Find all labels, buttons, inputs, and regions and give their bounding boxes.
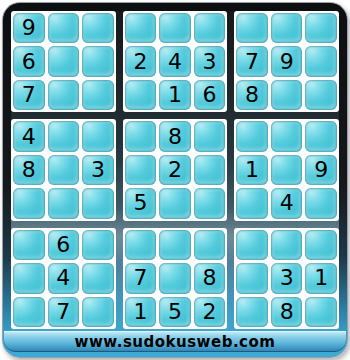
cell-r9c4[interactable]: 1 xyxy=(125,297,157,327)
board-grid: 967 24316 798 483 825 194 647 78152 318 xyxy=(11,11,339,329)
cell-r9c5[interactable]: 5 xyxy=(159,297,191,327)
cell-r9c1[interactable] xyxy=(13,297,45,327)
cell-r7c9[interactable] xyxy=(305,230,337,260)
cell-r1c4[interactable] xyxy=(125,13,157,43)
cell-r5c2[interactable] xyxy=(48,155,80,185)
box-r1c3: 798 xyxy=(234,11,339,112)
cell-r2c9[interactable] xyxy=(305,46,337,76)
cell-r6c1[interactable] xyxy=(13,188,45,218)
cell-r7c2[interactable]: 6 xyxy=(48,230,80,260)
cell-r3c2[interactable] xyxy=(48,80,80,110)
cell-r7c8[interactable] xyxy=(271,230,303,260)
cell-r6c8[interactable]: 4 xyxy=(271,188,303,218)
cell-r7c5[interactable] xyxy=(159,230,191,260)
cell-r3c4[interactable] xyxy=(125,80,157,110)
sudoku-page: 967 24316 798 483 825 194 647 78152 318 … xyxy=(0,0,350,360)
cell-r3c9[interactable] xyxy=(305,80,337,110)
cell-r5c7[interactable]: 1 xyxy=(236,155,268,185)
cell-r1c2[interactable] xyxy=(48,13,80,43)
cell-r9c7[interactable] xyxy=(236,297,268,327)
cell-r7c4[interactable] xyxy=(125,230,157,260)
cell-r8c1[interactable] xyxy=(13,263,45,293)
cell-r3c8[interactable] xyxy=(271,80,303,110)
box-r1c2: 24316 xyxy=(123,11,228,112)
cell-r6c4[interactable]: 5 xyxy=(125,188,157,218)
cell-r4c4[interactable] xyxy=(125,121,157,151)
box-r2c3: 194 xyxy=(234,119,339,220)
cell-r7c3[interactable] xyxy=(82,230,114,260)
sudoku-board: 967 24316 798 483 825 194 647 78152 318 … xyxy=(11,11,339,352)
cell-r5c5[interactable]: 2 xyxy=(159,155,191,185)
cell-r2c1[interactable]: 6 xyxy=(13,46,45,76)
cell-r3c1[interactable]: 7 xyxy=(13,80,45,110)
cell-r6c2[interactable] xyxy=(48,188,80,218)
cell-r4c8[interactable] xyxy=(271,121,303,151)
cell-r9c8[interactable]: 8 xyxy=(271,297,303,327)
cell-r5c3[interactable]: 3 xyxy=(82,155,114,185)
cell-r9c3[interactable] xyxy=(82,297,114,327)
cell-r3c7[interactable]: 8 xyxy=(236,80,268,110)
site-label: www.sudokusweb.com xyxy=(75,333,276,351)
cell-r5c4[interactable] xyxy=(125,155,157,185)
cell-r7c1[interactable] xyxy=(13,230,45,260)
cell-r4c1[interactable]: 4 xyxy=(13,121,45,151)
cell-r5c6[interactable] xyxy=(194,155,226,185)
cell-r8c9[interactable]: 1 xyxy=(305,263,337,293)
cell-r2c7[interactable]: 7 xyxy=(236,46,268,76)
cell-r6c9[interactable] xyxy=(305,188,337,218)
cell-r7c6[interactable] xyxy=(194,230,226,260)
box-r3c1: 647 xyxy=(11,228,116,329)
cell-r9c9[interactable] xyxy=(305,297,337,327)
cell-r6c3[interactable] xyxy=(82,188,114,218)
cell-r6c7[interactable] xyxy=(236,188,268,218)
cell-r8c5[interactable] xyxy=(159,263,191,293)
box-r1c1: 967 xyxy=(11,11,116,112)
cell-r4c5[interactable]: 8 xyxy=(159,121,191,151)
cell-r2c8[interactable]: 9 xyxy=(271,46,303,76)
cell-r4c3[interactable] xyxy=(82,121,114,151)
cell-r9c2[interactable]: 7 xyxy=(48,297,80,327)
cell-r5c9[interactable]: 9 xyxy=(305,155,337,185)
cell-r2c3[interactable] xyxy=(82,46,114,76)
cell-r2c6[interactable]: 3 xyxy=(194,46,226,76)
cell-r6c5[interactable] xyxy=(159,188,191,218)
cell-r8c6[interactable]: 8 xyxy=(194,263,226,293)
cell-r2c2[interactable] xyxy=(48,46,80,76)
cell-r4c7[interactable] xyxy=(236,121,268,151)
box-r3c2: 78152 xyxy=(123,228,228,329)
cell-r1c3[interactable] xyxy=(82,13,114,43)
cell-r2c5[interactable]: 4 xyxy=(159,46,191,76)
cell-r1c5[interactable] xyxy=(159,13,191,43)
cell-r3c5[interactable]: 1 xyxy=(159,80,191,110)
cell-r1c9[interactable] xyxy=(305,13,337,43)
cell-r4c2[interactable] xyxy=(48,121,80,151)
cell-r1c1[interactable]: 9 xyxy=(13,13,45,43)
cell-r5c1[interactable]: 8 xyxy=(13,155,45,185)
box-r2c1: 483 xyxy=(11,119,116,220)
box-r2c2: 825 xyxy=(123,119,228,220)
site-link[interactable]: www.sudokusweb.com xyxy=(4,331,346,352)
cell-r7c7[interactable] xyxy=(236,230,268,260)
cell-r9c6[interactable]: 2 xyxy=(194,297,226,327)
cell-r4c9[interactable] xyxy=(305,121,337,151)
cell-r8c7[interactable] xyxy=(236,263,268,293)
cell-r8c3[interactable] xyxy=(82,263,114,293)
cell-r8c4[interactable]: 7 xyxy=(125,263,157,293)
cell-r3c6[interactable]: 6 xyxy=(194,80,226,110)
cell-r5c8[interactable] xyxy=(271,155,303,185)
cell-r6c6[interactable] xyxy=(194,188,226,218)
cell-r8c2[interactable]: 4 xyxy=(48,263,80,293)
cell-r8c8[interactable]: 3 xyxy=(271,263,303,293)
cell-r3c3[interactable] xyxy=(82,80,114,110)
cell-r4c6[interactable] xyxy=(194,121,226,151)
cell-r2c4[interactable]: 2 xyxy=(125,46,157,76)
cell-r1c7[interactable] xyxy=(236,13,268,43)
cell-r1c8[interactable] xyxy=(271,13,303,43)
box-r3c3: 318 xyxy=(234,228,339,329)
cell-r1c6[interactable] xyxy=(194,13,226,43)
